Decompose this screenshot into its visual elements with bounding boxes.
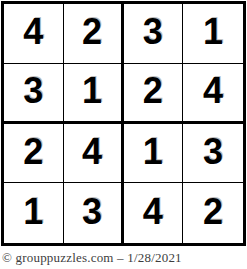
copyright-caption: © grouppuzzles.com – 1/28/2021	[2, 250, 182, 266]
cell-r1c2: 2	[64, 4, 124, 64]
cell-r3c3: 1	[124, 124, 184, 184]
cell-digit: 2	[82, 14, 102, 50]
cell-digit: 3	[23, 73, 43, 109]
cell-r2c1: 3	[4, 64, 64, 124]
cell-r2c3: 2	[124, 64, 184, 124]
cell-r3c2: 4	[64, 124, 124, 184]
cell-r1c3: 3	[124, 4, 184, 64]
cell-digit: 2	[143, 73, 163, 109]
cell-digit: 4	[143, 194, 163, 230]
cell-r1c1: 4	[4, 4, 64, 64]
cell-digit: 3	[143, 14, 163, 50]
cell-digit: 1	[203, 14, 223, 50]
cell-digit: 4	[203, 73, 223, 109]
cell-digit: 4	[23, 14, 43, 50]
sudoku-page: 4231312424131342 © grouppuzzles.com – 1/…	[0, 0, 247, 269]
cell-digit: 1	[143, 134, 163, 170]
cell-r3c4: 3	[183, 124, 243, 184]
cell-digit: 2	[203, 194, 223, 230]
cell-r4c4: 2	[183, 183, 243, 243]
cell-digit: 4	[82, 134, 102, 170]
cell-digit: 1	[23, 194, 43, 230]
cell-r2c4: 4	[183, 64, 243, 124]
cell-r4c3: 4	[124, 183, 184, 243]
cell-r3c1: 2	[4, 124, 64, 184]
cell-digit: 1	[82, 73, 102, 109]
cell-digit: 3	[203, 134, 223, 170]
cell-digit: 2	[23, 134, 43, 170]
cell-r2c2: 1	[64, 64, 124, 124]
sudoku-board: 4231312424131342	[1, 1, 246, 246]
cell-r4c2: 3	[64, 183, 124, 243]
cell-r1c4: 1	[183, 4, 243, 64]
cell-r4c1: 1	[4, 183, 64, 243]
cell-digit: 3	[82, 194, 102, 230]
